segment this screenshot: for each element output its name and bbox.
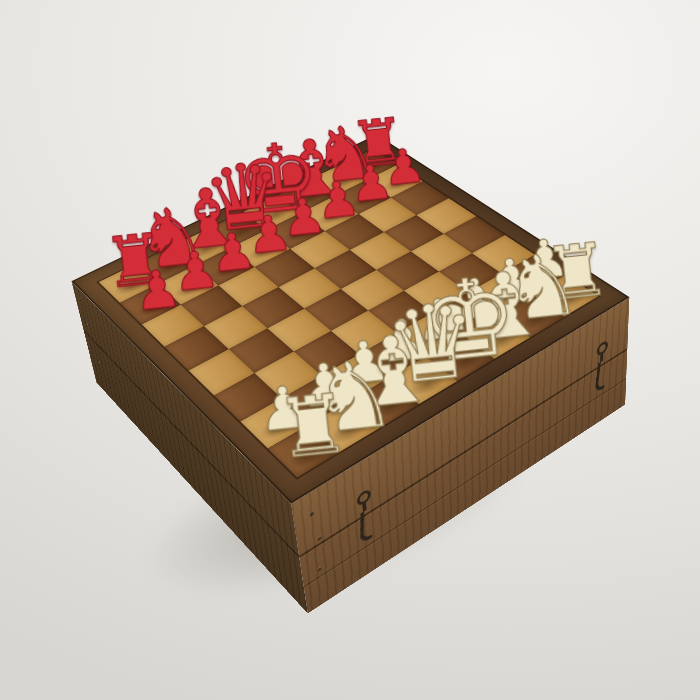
nail-dot: [99, 361, 102, 367]
scene: ♜♞♝♛♚♝♞♜♟♟♟♟♟♟♟♟♟♟♟♟♟♟♟♟♜♞♝♛♚♝♞♜: [0, 0, 700, 700]
square-a4: [189, 349, 254, 395]
photo-background: ♜♞♝♛♚♝♞♜♟♟♟♟♟♟♟♟♟♟♟♟♟♟♟♟♜♞♝♛♚♝♞♜: [0, 0, 700, 700]
nail-dot: [87, 323, 90, 329]
clasp-hook: [360, 506, 373, 544]
nail-dot: [317, 535, 322, 542]
white-rook: ♜: [273, 387, 353, 467]
wooden-chess-box: ♜♞♝♛♚♝♞♜♟♟♟♟♟♟♟♟♟♟♟♟♟♟♟♟♜♞♝♛♚♝♞♜: [71, 135, 629, 504]
square-a1: ♜: [268, 424, 339, 477]
clasp-hook-icon: [355, 487, 375, 552]
clasp-hook: [594, 358, 608, 394]
clasp-hook-icon: [595, 339, 608, 401]
nail-dot: [309, 510, 314, 517]
red-pawn: ♟: [132, 264, 184, 316]
nail-dot: [317, 565, 322, 572]
